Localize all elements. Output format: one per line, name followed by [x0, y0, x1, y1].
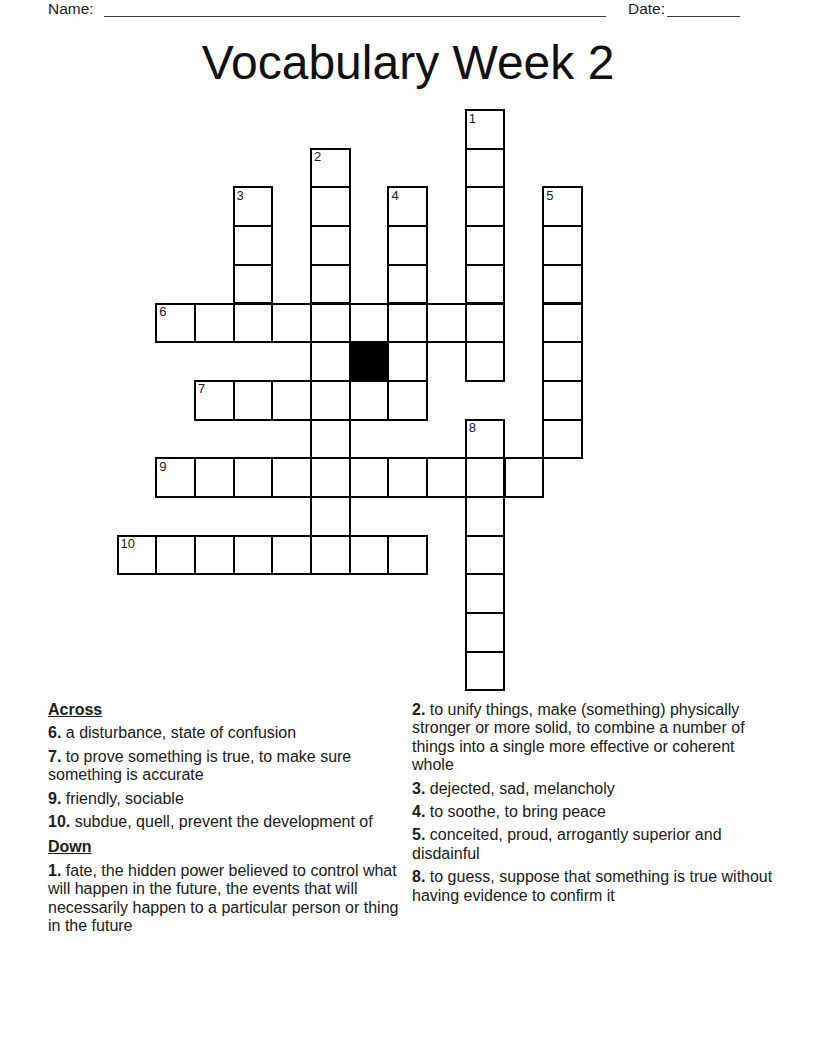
grid-cell-r10c5[interactable] — [311, 497, 350, 536]
grid-cell-r2c3[interactable] — [234, 187, 273, 226]
grid-cell-r5c6[interactable] — [350, 304, 389, 343]
grid-cell-r9c2[interactable] — [195, 458, 234, 497]
grid-cell-r9c3[interactable] — [234, 458, 273, 497]
grid-cell-r3c7[interactable] — [388, 226, 427, 265]
grid-cell-r6c5[interactable] — [311, 342, 350, 381]
grid-cell-r4c5[interactable] — [311, 265, 350, 304]
grid-cell-r10c9[interactable] — [466, 497, 505, 536]
name-label: Name: — [48, 0, 94, 18]
across-clues-list: 6. a disturbance, state of confusion7. t… — [48, 724, 400, 831]
grid-cell-r7c5[interactable] — [311, 381, 350, 420]
name-input-line[interactable] — [104, 0, 606, 17]
grid-cell-r11c5[interactable] — [311, 536, 350, 575]
clue-2: 2. to unify things, make (something) phy… — [412, 701, 778, 775]
grid-cell-r7c4[interactable] — [272, 381, 311, 420]
grid-cell-r2c11[interactable] — [543, 187, 582, 226]
grid-cell-r3c9[interactable] — [466, 226, 505, 265]
clue-10: 10. subdue, quell, prevent the developme… — [48, 813, 400, 831]
grid-cell-r6c9[interactable] — [466, 342, 505, 381]
grid-cell-r1c9[interactable] — [466, 149, 505, 188]
grid-cell-r4c3[interactable] — [234, 265, 273, 304]
grid-cell-r8c5[interactable] — [311, 420, 350, 459]
grid-cell-r7c11[interactable] — [543, 381, 582, 420]
clues-left-column: Across 6. a disturbance, state of confus… — [48, 701, 400, 940]
grid-cell-r2c9[interactable] — [466, 187, 505, 226]
clue-7: 7. to prove something is true, to make s… — [48, 748, 400, 785]
grid-cell-r14c9[interactable] — [466, 652, 505, 691]
grid-cell-r9c7[interactable] — [388, 458, 427, 497]
grid-cell-r11c7[interactable] — [388, 536, 427, 575]
grid-cell-r12c9[interactable] — [466, 574, 505, 613]
grid-cell-r11c1[interactable] — [156, 536, 195, 575]
grid-cell-r11c3[interactable] — [234, 536, 273, 575]
grid-cell-r11c6[interactable] — [350, 536, 389, 575]
grid-cell-r2c7[interactable] — [388, 187, 427, 226]
grid-cell-r6c7[interactable] — [388, 342, 427, 381]
down-heading: Down — [48, 838, 400, 856]
grid-cell-r7c7[interactable] — [388, 381, 427, 420]
grid-cell-r5c9[interactable] — [466, 304, 505, 343]
grid-cell-r11c4[interactable] — [272, 536, 311, 575]
grid-cell-r5c3[interactable] — [234, 304, 273, 343]
grid-cell-r9c6[interactable] — [350, 458, 389, 497]
grid-cell-r11c0[interactable] — [118, 536, 157, 575]
crossword-grid: 12345678910 — [118, 110, 583, 691]
clue-5: 5. conceited, proud, arrogantly superior… — [412, 826, 778, 863]
grid-cell-r5c11[interactable] — [543, 304, 582, 343]
grid-cell-r8c9[interactable] — [466, 420, 505, 459]
grid-cell-r11c2[interactable] — [195, 536, 234, 575]
grid-cell-r5c7[interactable] — [388, 304, 427, 343]
clue-8: 8. to guess, suppose that something is t… — [412, 868, 778, 905]
grid-cell-r4c11[interactable] — [543, 265, 582, 304]
black-cell-r6c6 — [350, 342, 389, 381]
grid-cell-r9c1[interactable] — [156, 458, 195, 497]
date-label: Date: — [628, 0, 665, 18]
clue-1: 1. fate, the hidden power believed to co… — [48, 862, 400, 936]
grid-cell-r0c9[interactable] — [466, 110, 505, 149]
grid-cell-r9c10[interactable] — [505, 458, 544, 497]
grid-cell-r6c11[interactable] — [543, 342, 582, 381]
clue-9: 9. friendly, sociable — [48, 790, 400, 808]
grid-cell-r5c2[interactable] — [195, 304, 234, 343]
grid-cell-r4c7[interactable] — [388, 265, 427, 304]
grid-cell-r5c5[interactable] — [311, 304, 350, 343]
across-heading: Across — [48, 701, 400, 719]
down-clues-list-left: 1. fate, the hidden power believed to co… — [48, 862, 400, 936]
clue-3: 3. dejected, sad, melancholy — [412, 780, 778, 798]
grid-cell-r13c9[interactable] — [466, 613, 505, 652]
grid-cell-r5c1[interactable] — [156, 304, 195, 343]
clue-4: 4. to soothe, to bring peace — [412, 803, 778, 821]
grid-cell-r7c6[interactable] — [350, 381, 389, 420]
grid-cell-r9c4[interactable] — [272, 458, 311, 497]
grid-cell-r4c9[interactable] — [466, 265, 505, 304]
grid-cell-r1c5[interactable] — [311, 149, 350, 188]
clue-6: 6. a disturbance, state of confusion — [48, 724, 400, 742]
grid-cell-r7c2[interactable] — [195, 381, 234, 420]
grid-cell-r9c9[interactable] — [466, 458, 505, 497]
grid-cell-r5c8[interactable] — [427, 304, 466, 343]
worksheet-page: Name: Date: Vocabulary Week 2 1234567891… — [0, 0, 816, 1056]
grid-cell-r8c11[interactable] — [543, 420, 582, 459]
grid-cell-r3c11[interactable] — [543, 226, 582, 265]
grid-cell-r3c3[interactable] — [234, 226, 273, 265]
grid-cell-r11c9[interactable] — [466, 536, 505, 575]
grid-cell-r7c3[interactable] — [234, 381, 273, 420]
grid-cell-r9c8[interactable] — [427, 458, 466, 497]
page-title: Vocabulary Week 2 — [0, 34, 816, 92]
date-input-line[interactable] — [667, 0, 740, 17]
clues-right-column: 2. to unify things, make (something) phy… — [412, 701, 778, 910]
grid-cell-r3c5[interactable] — [311, 226, 350, 265]
grid-cell-r2c5[interactable] — [311, 187, 350, 226]
grid-cell-r5c4[interactable] — [272, 304, 311, 343]
grid-cell-r9c5[interactable] — [311, 458, 350, 497]
